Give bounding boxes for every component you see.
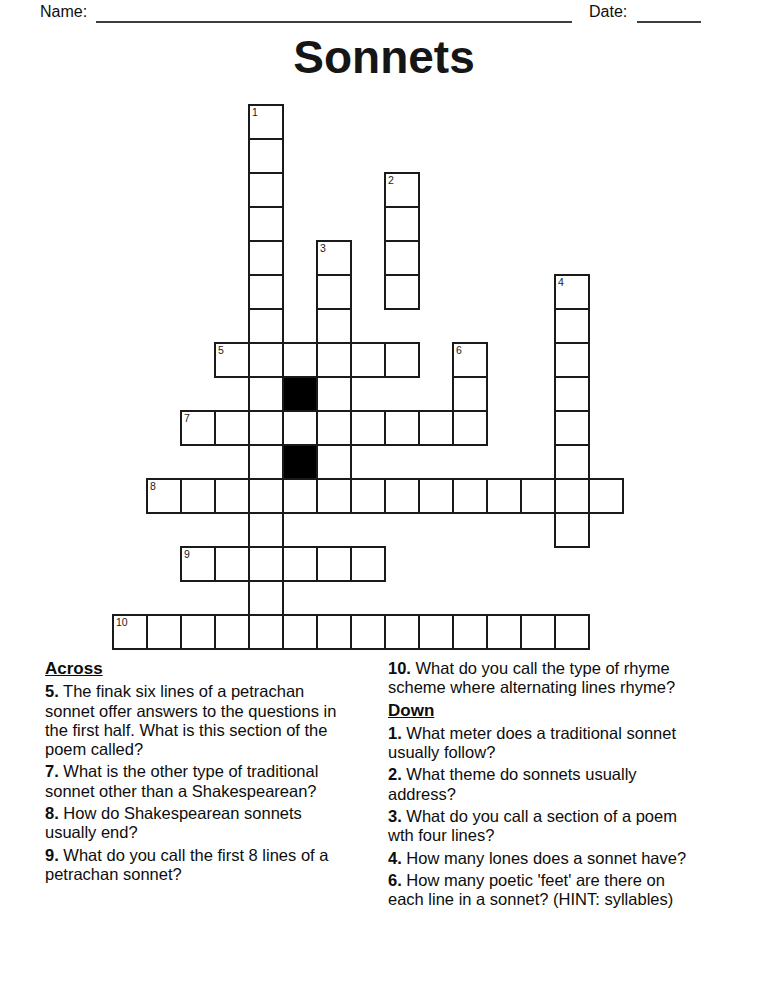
clue-across-7: 7. What is the other type of traditional…: [45, 762, 381, 801]
date-label: Date:: [589, 3, 627, 21]
crossword-grid: 12345678910: [112, 104, 624, 650]
down-clues-column: 10. What do you call the type of rhyme s…: [388, 659, 732, 913]
clue-number-6: 6: [456, 344, 462, 357]
date-input-line[interactable]: [637, 6, 701, 23]
empty-cell[interactable]: [520, 478, 556, 514]
down-header: Down: [388, 701, 732, 720]
clue-across-9: 9. What do you call the first 8 lines of…: [45, 846, 381, 885]
empty-cell[interactable]: 6: [452, 342, 488, 378]
empty-cell[interactable]: [350, 614, 386, 650]
empty-cell[interactable]: [248, 274, 284, 310]
empty-cell[interactable]: [248, 410, 284, 446]
empty-cell[interactable]: [248, 376, 284, 412]
empty-cell[interactable]: [180, 478, 216, 514]
clue-number-1: 1: [252, 106, 258, 119]
empty-cell[interactable]: [316, 444, 352, 480]
clue-across-8: 8. How do Shakespearean sonnets usually …: [45, 804, 381, 843]
clue-text: How many lones does a sonnet have?: [406, 849, 686, 867]
empty-cell[interactable]: [248, 512, 284, 548]
empty-cell[interactable]: [316, 410, 352, 446]
empty-cell[interactable]: [248, 478, 284, 514]
empty-cell[interactable]: [554, 410, 590, 446]
empty-cell[interactable]: 4: [554, 274, 590, 310]
black-cell: [282, 444, 318, 480]
empty-cell[interactable]: [180, 614, 216, 650]
clue-number-8: 8: [150, 480, 156, 493]
empty-cell[interactable]: [316, 614, 352, 650]
name-label: Name:: [40, 3, 87, 21]
clue-number-7: 7: [184, 412, 190, 425]
empty-cell[interactable]: [554, 342, 590, 378]
empty-cell[interactable]: 5: [214, 342, 250, 378]
clue-text: What do you call the first 8 lines of a …: [45, 846, 328, 883]
clue-text: What theme do sonnets usually address?: [388, 765, 637, 802]
clue-across-10: 10. What do you call the type of rhyme s…: [388, 659, 732, 698]
empty-cell[interactable]: [554, 614, 590, 650]
empty-cell[interactable]: 8: [146, 478, 182, 514]
empty-cell[interactable]: [214, 410, 250, 446]
clue-number-10: 10: [116, 616, 128, 629]
empty-cell[interactable]: [452, 376, 488, 412]
empty-cell[interactable]: [486, 614, 522, 650]
empty-cell[interactable]: [316, 546, 352, 582]
empty-cell[interactable]: [282, 342, 318, 378]
empty-cell[interactable]: [248, 308, 284, 344]
clue-number: 1.: [388, 724, 402, 742]
empty-cell[interactable]: [214, 478, 250, 514]
empty-cell[interactable]: [418, 410, 454, 446]
empty-cell[interactable]: [248, 206, 284, 242]
clue-text: The finak six lines of a petrachan sonne…: [45, 682, 336, 758]
empty-cell[interactable]: [384, 206, 420, 242]
empty-cell[interactable]: [316, 308, 352, 344]
empty-cell[interactable]: 9: [180, 546, 216, 582]
empty-cell[interactable]: [282, 614, 318, 650]
empty-cell[interactable]: [554, 376, 590, 412]
empty-cell[interactable]: [520, 614, 556, 650]
empty-cell[interactable]: [350, 410, 386, 446]
clue-number: 10.: [388, 659, 411, 677]
clue-across-5: 5. The finak six lines of a petrachan so…: [45, 682, 381, 759]
empty-cell[interactable]: [554, 478, 590, 514]
clue-down-4: 4. How many lones does a sonnet have?: [388, 849, 732, 868]
clue-text: What meter does a traditional sonnet usu…: [388, 724, 676, 761]
empty-cell[interactable]: 7: [180, 410, 216, 446]
empty-cell[interactable]: [248, 614, 284, 650]
empty-cell[interactable]: [452, 614, 488, 650]
clue-down-3: 3. What do you call a section of a poem …: [388, 807, 732, 846]
empty-cell[interactable]: [282, 546, 318, 582]
empty-cell[interactable]: 3: [316, 240, 352, 276]
empty-cell[interactable]: 1: [248, 104, 284, 140]
across-header: Across: [45, 659, 381, 678]
empty-cell[interactable]: [248, 138, 284, 174]
black-cell: [282, 376, 318, 412]
empty-cell[interactable]: [282, 478, 318, 514]
clue-text: How many poetic 'feet' are there on each…: [388, 871, 673, 908]
clue-number: 4.: [388, 849, 402, 867]
clue-number: 8.: [45, 804, 59, 822]
clue-text: What do you call the type of rhyme schem…: [388, 659, 675, 696]
clue-number-5: 5: [218, 344, 224, 357]
clue-number-9: 9: [184, 548, 190, 561]
empty-cell[interactable]: [588, 478, 624, 514]
empty-cell[interactable]: [452, 410, 488, 446]
empty-cell[interactable]: [248, 240, 284, 276]
empty-cell[interactable]: [248, 580, 284, 616]
empty-cell[interactable]: 10: [112, 614, 148, 650]
clue-number: 3.: [388, 807, 402, 825]
empty-cell[interactable]: 2: [384, 172, 420, 208]
empty-cell[interactable]: [418, 478, 454, 514]
empty-cell[interactable]: [384, 478, 420, 514]
empty-cell[interactable]: [350, 342, 386, 378]
clue-number-2: 2: [388, 174, 394, 187]
clue-text: What do you call a section of a poem wth…: [388, 807, 677, 844]
empty-cell[interactable]: [554, 308, 590, 344]
empty-cell[interactable]: [214, 614, 250, 650]
empty-cell[interactable]: [316, 342, 352, 378]
empty-cell[interactable]: [350, 478, 386, 514]
empty-cell[interactable]: [452, 478, 488, 514]
empty-cell[interactable]: [316, 478, 352, 514]
empty-cell[interactable]: [554, 512, 590, 548]
clue-down-2: 2. What theme do sonnets usually address…: [388, 765, 732, 804]
clue-text: What is the other type of traditional so…: [45, 762, 318, 799]
clue-number: 7.: [45, 762, 59, 780]
clue-text: How do Shakespearean sonnets usually end…: [45, 804, 302, 841]
empty-cell[interactable]: [248, 342, 284, 378]
empty-cell[interactable]: [418, 614, 454, 650]
name-input-line[interactable]: [96, 6, 572, 23]
clue-number: 6.: [388, 871, 402, 889]
empty-cell[interactable]: [316, 376, 352, 412]
empty-cell[interactable]: [248, 546, 284, 582]
page-title: Sonnets: [0, 32, 768, 82]
clue-number: 5.: [45, 682, 59, 700]
empty-cell[interactable]: [214, 546, 250, 582]
clue-down-1: 1. What meter does a traditional sonnet …: [388, 724, 732, 763]
across-clues-column: Across 5. The finak six lines of a petra…: [45, 659, 381, 887]
empty-cell[interactable]: [384, 614, 420, 650]
empty-cell[interactable]: [248, 172, 284, 208]
empty-cell[interactable]: [316, 274, 352, 310]
empty-cell[interactable]: [554, 444, 590, 480]
empty-cell[interactable]: [384, 240, 420, 276]
empty-cell[interactable]: [248, 444, 284, 480]
empty-cell[interactable]: [384, 410, 420, 446]
crossword-worksheet: Name: Date: Sonnets 12345678910 Across 5…: [0, 0, 768, 994]
clue-number-4: 4: [558, 276, 564, 289]
clue-number: 9.: [45, 846, 59, 864]
empty-cell[interactable]: [384, 274, 420, 310]
empty-cell[interactable]: [384, 342, 420, 378]
empty-cell[interactable]: [486, 478, 522, 514]
clue-number: 2.: [388, 765, 402, 783]
empty-cell[interactable]: [282, 410, 318, 446]
empty-cell[interactable]: [146, 614, 182, 650]
empty-cell[interactable]: [350, 546, 386, 582]
clue-down-6: 6. How many poetic 'feet' are there on e…: [388, 871, 732, 910]
clue-number-3: 3: [320, 242, 326, 255]
